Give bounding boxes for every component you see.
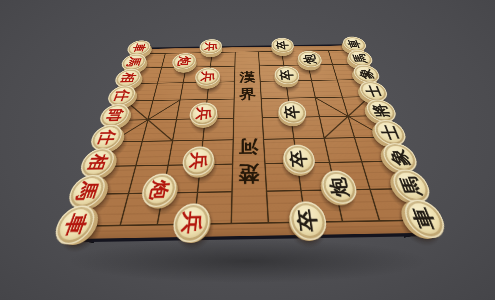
xiangqi-board: 漢 界 河 楚 車馬相仕帥仕相馬車炮炮兵兵兵兵兵卒卒卒卒卒炮炮車馬象士將士象馬車	[62, 44, 437, 242]
piece-character: 卒	[275, 41, 289, 50]
piece-character: 士	[378, 125, 401, 140]
piece-character: 相	[118, 72, 136, 83]
piece-character: 兵	[194, 107, 211, 120]
piece-character: 士	[363, 85, 383, 97]
piece-character: 馬	[73, 181, 99, 201]
piece-character: 馬	[351, 53, 368, 63]
river-label-han: 漢	[239, 71, 255, 83]
piece-character: 兵	[199, 71, 214, 82]
piece-character: 卒	[283, 105, 301, 118]
piece-character: 炮	[302, 54, 318, 64]
piece-character: 炮	[176, 56, 191, 66]
piece-character: 仕	[111, 89, 130, 101]
piece-character: 帥	[104, 108, 125, 122]
piece-character: 車	[130, 43, 146, 52]
piece-character: 馬	[125, 57, 142, 67]
piece-character: 卒	[296, 209, 320, 232]
piece-character: 相	[85, 154, 109, 171]
piece-character: 兵	[203, 42, 217, 51]
piece-character: 仕	[95, 130, 117, 145]
piece-character: 兵	[188, 152, 208, 169]
piece-character: 車	[409, 207, 439, 230]
river-label-jie: 界	[239, 87, 256, 100]
piece-character: 馬	[397, 176, 424, 196]
piece-character: 卒	[289, 150, 310, 167]
piece-character: 車	[60, 213, 89, 236]
piece-character: 象	[387, 149, 412, 166]
piece-character: 車	[346, 40, 362, 49]
board-surface[interactable]: 漢 界 河 楚 車馬相仕帥仕相馬車炮炮兵兵兵兵兵卒卒卒卒卒炮炮車馬象士將士象馬車	[62, 44, 437, 242]
piece-character: 炮	[327, 177, 351, 197]
piece-character: 象	[357, 68, 375, 79]
piece-character: 炮	[147, 180, 170, 200]
board-ground-shadow	[60, 238, 435, 284]
piece-character: 兵	[179, 211, 202, 234]
piece-character: 將	[370, 104, 391, 117]
piece-character: 卒	[279, 70, 295, 81]
scene: 漢 界 河 楚 車馬相仕帥仕相馬車炮炮兵兵兵兵兵卒卒卒卒卒炮炮車馬象士將士象馬車	[0, 0, 495, 300]
